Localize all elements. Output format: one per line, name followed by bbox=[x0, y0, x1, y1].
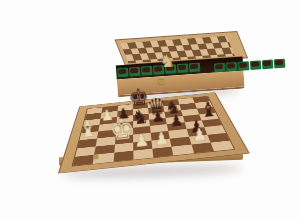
board-cell-h1 bbox=[210, 141, 234, 152]
board-cell-c2 bbox=[114, 142, 133, 152]
board-cell-e1 bbox=[152, 147, 173, 158]
board-brass-clasp-icon bbox=[93, 155, 98, 159]
board-cell-a1 bbox=[73, 155, 95, 166]
felt-slot-with-stored-piece bbox=[262, 59, 274, 69]
board-cell-f2 bbox=[170, 137, 191, 147]
felt-slot-with-stored-piece bbox=[274, 58, 286, 68]
lower-tray-slots bbox=[213, 58, 285, 72]
stored-white-knight-piece: ♞ bbox=[159, 52, 175, 70]
felt-slot-with-stored-piece bbox=[250, 60, 262, 70]
board-cell-d1 bbox=[133, 149, 153, 160]
white-pawn-d2: ♟ bbox=[133, 132, 150, 150]
board-cell-e2: ♟ bbox=[152, 139, 172, 149]
white-pawn-g2: ♟ bbox=[191, 126, 208, 144]
felt-slot-with-stored-piece bbox=[238, 61, 250, 71]
board-cell-c1 bbox=[113, 151, 133, 162]
slot-gap bbox=[200, 66, 213, 67]
white-king-c3: ♚ bbox=[108, 114, 136, 144]
felt-slot-with-stored-piece bbox=[177, 63, 189, 73]
white-pawn-e2: ♟ bbox=[153, 130, 170, 148]
black-pawn-f4: ♟ bbox=[169, 114, 184, 131]
product-photo-scene: ♞ ♚♟♟♛♞♞♟♝♝♟♚♟♟♟♟ bbox=[0, 0, 300, 220]
board-cell-a4: ♝ bbox=[79, 131, 98, 140]
felt-slot-with-stored-piece bbox=[214, 62, 226, 72]
white-bishop-a4: ♝ bbox=[77, 118, 98, 141]
main-chess-board: ♚♟♟♛♞♞♟♝♝♟♚♟♟♟♟ bbox=[58, 92, 250, 173]
felt-slot-with-stored-piece bbox=[129, 66, 141, 76]
board-cell-f1 bbox=[172, 145, 194, 156]
felt-slot-with-stored-piece bbox=[141, 65, 153, 75]
board-cell-d5: ♞ bbox=[133, 120, 150, 128]
board-cell-b2 bbox=[94, 144, 114, 154]
felt-slot-with-stored-piece bbox=[226, 61, 238, 71]
felt-slot-with-stored-piece bbox=[189, 62, 201, 72]
board-rim: ♚♟♟♛♞♞♟♝♝♟♚♟♟♟♟ bbox=[58, 92, 250, 173]
box-brass-clasp-icon bbox=[158, 79, 164, 84]
black-pawn-e5: ♟ bbox=[150, 109, 165, 125]
felt-slot-with-stored-piece bbox=[117, 67, 129, 77]
